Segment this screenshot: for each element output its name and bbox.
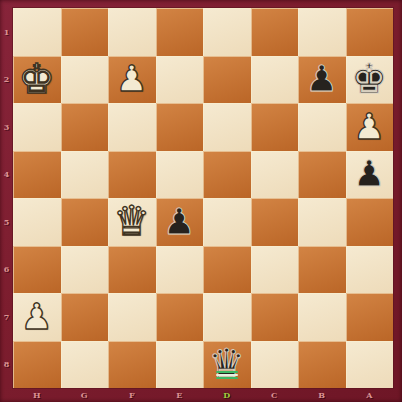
rank-label-6: 6 — [0, 264, 13, 274]
square-d8[interactable]: ♛ — [203, 341, 251, 389]
white-queen: ♛ — [113, 201, 150, 242]
square-e3[interactable] — [156, 103, 204, 151]
chess-board: ♚♟♟♚♟♟♛♟♟♛ — [13, 8, 393, 388]
square-a4[interactable]: ♟ — [346, 151, 394, 199]
square-g1[interactable] — [61, 8, 109, 56]
square-e8[interactable] — [156, 341, 204, 389]
square-d6[interactable] — [203, 246, 251, 294]
black-pawn: ♟ — [353, 156, 385, 192]
square-a8[interactable] — [346, 341, 394, 389]
square-f4[interactable] — [108, 151, 156, 199]
square-b2[interactable]: ♟ — [298, 56, 346, 104]
black-pawn: ♟ — [163, 204, 195, 240]
square-d5[interactable] — [203, 198, 251, 246]
file-label-b: B — [298, 390, 346, 401]
square-d4[interactable] — [203, 151, 251, 199]
square-g5[interactable] — [61, 198, 109, 246]
square-g7[interactable] — [61, 293, 109, 341]
white-pawn: ♟ — [21, 299, 53, 335]
square-a2[interactable]: ♚ — [346, 56, 394, 104]
square-g3[interactable] — [61, 103, 109, 151]
file-label-e: E — [156, 390, 204, 401]
rank-label-1: 1 — [0, 27, 13, 37]
white-pawn: ♟ — [116, 61, 148, 97]
square-e7[interactable] — [156, 293, 204, 341]
file-label-f: F — [108, 390, 156, 401]
square-f1[interactable] — [108, 8, 156, 56]
square-f3[interactable] — [108, 103, 156, 151]
square-c6[interactable] — [251, 246, 299, 294]
square-c2[interactable] — [251, 56, 299, 104]
square-b3[interactable] — [298, 103, 346, 151]
square-b8[interactable] — [298, 341, 346, 389]
file-label-a: A — [346, 390, 394, 401]
square-g8[interactable] — [61, 341, 109, 389]
square-h7[interactable]: ♟ — [13, 293, 61, 341]
square-f5[interactable]: ♛ — [108, 198, 156, 246]
square-a3[interactable]: ♟ — [346, 103, 394, 151]
square-b1[interactable] — [298, 8, 346, 56]
square-f2[interactable]: ♟ — [108, 56, 156, 104]
square-h4[interactable] — [13, 151, 61, 199]
square-c1[interactable] — [251, 8, 299, 56]
square-c5[interactable] — [251, 198, 299, 246]
square-d7[interactable] — [203, 293, 251, 341]
square-h6[interactable] — [13, 246, 61, 294]
square-a1[interactable] — [346, 8, 394, 56]
square-a5[interactable] — [346, 198, 394, 246]
square-a6[interactable] — [346, 246, 394, 294]
square-h2[interactable]: ♚ — [13, 56, 61, 104]
square-b5[interactable] — [298, 198, 346, 246]
square-d1[interactable] — [203, 8, 251, 56]
black-pawn: ♟ — [306, 61, 338, 97]
white-king: ♚ — [18, 59, 55, 100]
square-c8[interactable] — [251, 341, 299, 389]
square-d3[interactable] — [203, 103, 251, 151]
rank-label-8: 8 — [0, 359, 13, 369]
file-label-g: G — [61, 390, 109, 401]
square-h5[interactable] — [13, 198, 61, 246]
rank-label-4: 4 — [0, 169, 13, 179]
square-f7[interactable] — [108, 293, 156, 341]
square-e1[interactable] — [156, 8, 204, 56]
square-f6[interactable] — [108, 246, 156, 294]
square-c7[interactable] — [251, 293, 299, 341]
square-b7[interactable] — [298, 293, 346, 341]
rank-label-3: 3 — [0, 122, 13, 132]
square-h8[interactable] — [13, 341, 61, 389]
square-g4[interactable] — [61, 151, 109, 199]
file-label-h: H — [13, 390, 61, 401]
rank-label-2: 2 — [0, 74, 13, 84]
file-label-c: C — [251, 390, 299, 401]
black-king: ♚ — [351, 59, 388, 100]
rank-label-5: 5 — [0, 217, 13, 227]
square-d2[interactable] — [203, 56, 251, 104]
square-c3[interactable] — [251, 103, 299, 151]
square-a7[interactable] — [346, 293, 394, 341]
white-pawn: ♟ — [353, 109, 385, 145]
square-h3[interactable] — [13, 103, 61, 151]
square-h1[interactable] — [13, 8, 61, 56]
square-g2[interactable] — [61, 56, 109, 104]
square-b4[interactable] — [298, 151, 346, 199]
square-e5[interactable]: ♟ — [156, 198, 204, 246]
square-g6[interactable] — [61, 246, 109, 294]
square-e6[interactable] — [156, 246, 204, 294]
square-b6[interactable] — [298, 246, 346, 294]
square-e2[interactable] — [156, 56, 204, 104]
rank-label-7: 7 — [0, 312, 13, 322]
square-f8[interactable] — [108, 341, 156, 389]
square-c4[interactable] — [251, 151, 299, 199]
file-label-d: D — [203, 390, 251, 401]
last-move-stripes — [216, 371, 238, 379]
chess-app-window: ♚♟♟♚♟♟♛♟♟♛ 12345678HGFEDCBA — [0, 0, 402, 402]
square-e4[interactable] — [156, 151, 204, 199]
